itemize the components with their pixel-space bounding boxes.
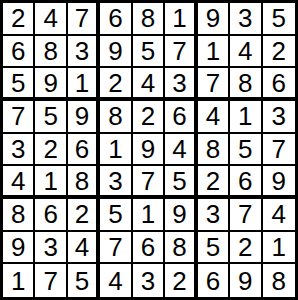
cell-r4c7[interactable]: 4 (198, 101, 230, 134)
cell-r9c7[interactable]: 6 (198, 264, 230, 297)
cell-r8c8[interactable]: 2 (230, 232, 262, 265)
cell-r3c4[interactable]: 2 (100, 68, 132, 101)
cell-r4c4[interactable]: 8 (100, 101, 132, 134)
cell-r3c1[interactable]: 5 (3, 68, 35, 101)
cell-r4c5[interactable]: 2 (133, 101, 165, 134)
cell-r3c9[interactable]: 6 (263, 68, 295, 101)
cell-r4c2[interactable]: 5 (35, 101, 67, 134)
cell-r2c3[interactable]: 3 (68, 36, 100, 69)
cell-r2c5[interactable]: 5 (133, 36, 165, 69)
cell-r1c7[interactable]: 9 (198, 3, 230, 36)
cell-r5c3[interactable]: 6 (68, 134, 100, 167)
cell-r2c6[interactable]: 7 (165, 36, 197, 69)
cell-r1c9[interactable]: 5 (263, 3, 295, 36)
cell-r8c6[interactable]: 8 (165, 232, 197, 265)
cell-r9c9[interactable]: 8 (263, 264, 295, 297)
cell-r7c7[interactable]: 3 (198, 199, 230, 232)
cell-r7c3[interactable]: 2 (68, 199, 100, 232)
cell-r6c9[interactable]: 9 (263, 166, 295, 199)
cell-r6c5[interactable]: 7 (133, 166, 165, 199)
cell-r7c9[interactable]: 4 (263, 199, 295, 232)
cell-r3c2[interactable]: 9 (35, 68, 67, 101)
cell-r1c3[interactable]: 7 (68, 3, 100, 36)
cell-r8c7[interactable]: 5 (198, 232, 230, 265)
cell-r8c4[interactable]: 7 (100, 232, 132, 265)
cell-r8c9[interactable]: 1 (263, 232, 295, 265)
cell-r9c3[interactable]: 5 (68, 264, 100, 297)
cell-r2c8[interactable]: 4 (230, 36, 262, 69)
cell-r7c6[interactable]: 9 (165, 199, 197, 232)
cell-r2c1[interactable]: 6 (3, 36, 35, 69)
cell-r4c9[interactable]: 3 (263, 101, 295, 134)
sudoku-board: 2476819356839571425912437867598264133261… (0, 0, 298, 300)
cell-r7c4[interactable]: 5 (100, 199, 132, 232)
cell-r6c4[interactable]: 3 (100, 166, 132, 199)
cell-r5c8[interactable]: 5 (230, 134, 262, 167)
cell-r1c6[interactable]: 1 (165, 3, 197, 36)
cell-r2c7[interactable]: 1 (198, 36, 230, 69)
cell-r5c7[interactable]: 8 (198, 134, 230, 167)
cell-r3c5[interactable]: 4 (133, 68, 165, 101)
cell-r9c8[interactable]: 9 (230, 264, 262, 297)
cell-r1c2[interactable]: 4 (35, 3, 67, 36)
cell-r5c2[interactable]: 2 (35, 134, 67, 167)
cell-r7c8[interactable]: 7 (230, 199, 262, 232)
cell-r2c4[interactable]: 9 (100, 36, 132, 69)
cell-r9c4[interactable]: 4 (100, 264, 132, 297)
cell-r6c2[interactable]: 1 (35, 166, 67, 199)
cell-r5c1[interactable]: 3 (3, 134, 35, 167)
cell-r8c5[interactable]: 6 (133, 232, 165, 265)
cell-r3c3[interactable]: 1 (68, 68, 100, 101)
cell-r6c6[interactable]: 5 (165, 166, 197, 199)
cell-r6c3[interactable]: 8 (68, 166, 100, 199)
cell-r3c7[interactable]: 7 (198, 68, 230, 101)
cell-r3c6[interactable]: 3 (165, 68, 197, 101)
cell-r4c1[interactable]: 7 (3, 101, 35, 134)
cell-r1c4[interactable]: 6 (100, 3, 132, 36)
cell-r9c2[interactable]: 7 (35, 264, 67, 297)
cell-r5c4[interactable]: 1 (100, 134, 132, 167)
cell-r7c5[interactable]: 1 (133, 199, 165, 232)
cell-r8c2[interactable]: 3 (35, 232, 67, 265)
cell-r4c3[interactable]: 9 (68, 101, 100, 134)
cell-r6c8[interactable]: 6 (230, 166, 262, 199)
cell-r6c7[interactable]: 2 (198, 166, 230, 199)
cell-r8c3[interactable]: 4 (68, 232, 100, 265)
cell-r9c6[interactable]: 2 (165, 264, 197, 297)
cell-r1c5[interactable]: 8 (133, 3, 165, 36)
cell-r2c2[interactable]: 8 (35, 36, 67, 69)
cell-r9c5[interactable]: 3 (133, 264, 165, 297)
cell-r3c8[interactable]: 8 (230, 68, 262, 101)
cell-r4c8[interactable]: 1 (230, 101, 262, 134)
cell-r9c1[interactable]: 1 (3, 264, 35, 297)
cell-r5c6[interactable]: 4 (165, 134, 197, 167)
cell-r7c2[interactable]: 6 (35, 199, 67, 232)
cell-r1c8[interactable]: 3 (230, 3, 262, 36)
cell-r1c1[interactable]: 2 (3, 3, 35, 36)
cell-r2c9[interactable]: 2 (263, 36, 295, 69)
cell-r8c1[interactable]: 9 (3, 232, 35, 265)
cell-r5c5[interactable]: 9 (133, 134, 165, 167)
cell-r6c1[interactable]: 4 (3, 166, 35, 199)
cell-r4c6[interactable]: 6 (165, 101, 197, 134)
cell-r5c9[interactable]: 7 (263, 134, 295, 167)
cell-r7c1[interactable]: 8 (3, 199, 35, 232)
